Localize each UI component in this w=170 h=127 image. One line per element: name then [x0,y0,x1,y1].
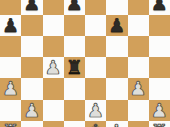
square-d3[interactable] [64,78,85,99]
square-e1[interactable]: ♚ [85,121,106,127]
square-e7[interactable] [85,0,106,15]
square-b3[interactable] [21,78,42,99]
white-pawn-g3[interactable]: ♟ [130,78,147,99]
square-d5[interactable] [64,36,85,57]
square-b5[interactable] [21,36,42,57]
square-g6[interactable] [128,15,149,36]
square-a2[interactable] [0,100,21,121]
white-king-e1[interactable]: ♚ [87,121,104,127]
square-f6[interactable]: ♟ [106,15,127,36]
black-pawn-b7[interactable]: ♟ [23,0,40,15]
square-b4[interactable] [21,57,42,78]
white-pawn-e2[interactable]: ♟ [87,100,104,121]
square-e3[interactable] [85,78,106,99]
square-c2[interactable] [43,100,64,121]
chess-board-viewport: ♟♟♟♟♟♟♜♟♟♟♟♟♜♚♝♜ [0,0,170,127]
square-h7[interactable]: ♟ [149,0,170,15]
square-e2[interactable]: ♟ [85,100,106,121]
square-f2[interactable] [106,100,127,121]
white-rook-h1[interactable]: ♜ [151,121,168,127]
black-rook-d4[interactable]: ♜ [66,57,83,78]
square-h1[interactable]: ♜ [149,121,170,127]
square-f4[interactable] [106,57,127,78]
square-h5[interactable] [149,36,170,57]
square-a3[interactable]: ♟ [0,78,21,99]
square-a7[interactable] [0,0,21,15]
square-c5[interactable] [43,36,64,57]
square-b2[interactable]: ♟ [21,100,42,121]
black-pawn-h7[interactable]: ♟ [151,0,168,15]
square-f3[interactable] [106,78,127,99]
square-c4[interactable]: ♟ [43,57,64,78]
square-b1[interactable] [21,121,42,127]
square-h4[interactable] [149,57,170,78]
square-g3[interactable]: ♟ [128,78,149,99]
square-e6[interactable] [85,15,106,36]
square-d4[interactable]: ♜ [64,57,85,78]
square-g2[interactable] [128,100,149,121]
square-d1[interactable] [64,121,85,127]
white-pawn-b2[interactable]: ♟ [23,100,40,121]
square-g1[interactable] [128,121,149,127]
white-pawn-c4[interactable]: ♟ [45,57,62,78]
square-c1[interactable] [43,121,64,127]
square-d6[interactable] [64,15,85,36]
square-f1[interactable]: ♝ [106,121,127,127]
square-c3[interactable] [43,78,64,99]
square-h2[interactable]: ♟ [149,100,170,121]
black-pawn-f6[interactable]: ♟ [108,15,125,36]
square-h6[interactable] [149,15,170,36]
square-a6[interactable]: ♟ [0,15,21,36]
square-b7[interactable]: ♟ [21,0,42,15]
square-d2[interactable] [64,100,85,121]
square-f7[interactable] [106,0,127,15]
white-bishop-f1[interactable]: ♝ [108,121,125,127]
white-pawn-h2[interactable]: ♟ [151,100,168,121]
square-g5[interactable] [128,36,149,57]
square-e4[interactable] [85,57,106,78]
chess-board: ♟♟♟♟♟♟♜♟♟♟♟♟♜♚♝♜ [0,0,170,127]
square-e5[interactable] [85,36,106,57]
white-pawn-a3[interactable]: ♟ [2,78,19,99]
square-c7[interactable] [43,0,64,15]
square-d7[interactable]: ♟ [64,0,85,15]
square-f5[interactable] [106,36,127,57]
square-h3[interactable] [149,78,170,99]
square-c6[interactable] [43,15,64,36]
white-rook-a1[interactable]: ♜ [2,121,19,127]
square-a1[interactable]: ♜ [0,121,21,127]
square-g4[interactable] [128,57,149,78]
square-a5[interactable] [0,36,21,57]
square-g7[interactable] [128,0,149,15]
square-b6[interactable] [21,15,42,36]
black-pawn-d7[interactable]: ♟ [66,0,83,15]
black-pawn-a6[interactable]: ♟ [2,15,19,36]
square-a4[interactable] [0,57,21,78]
